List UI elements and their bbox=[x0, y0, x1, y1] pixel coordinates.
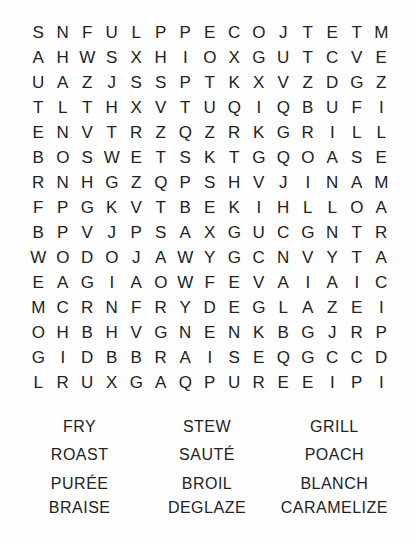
grid-cell-r5-c13[interactable]: I bbox=[320, 120, 345, 145]
grid-cell-r5-c8[interactable]: Z bbox=[198, 120, 223, 145]
grid-cell-r1-c15[interactable]: M bbox=[369, 20, 394, 45]
grid-cell-r3-c12[interactable]: Z bbox=[296, 70, 321, 95]
grid-cell-r5-c1[interactable]: E bbox=[26, 120, 51, 145]
grid-cell-r6-c11[interactable]: Q bbox=[271, 145, 296, 170]
grid-cell-r4-c10[interactable]: I bbox=[247, 95, 272, 120]
grid-cell-r9-c10[interactable]: U bbox=[247, 220, 272, 245]
grid-cell-r4-c3[interactable]: T bbox=[75, 95, 100, 120]
grid-cell-r4-c14[interactable]: F bbox=[345, 95, 370, 120]
grid-cell-r6-c13[interactable]: A bbox=[320, 145, 345, 170]
grid-cell-r8-c13[interactable]: L bbox=[320, 195, 345, 220]
grid-cell-r7-c15[interactable]: M bbox=[369, 170, 394, 195]
grid-cell-r15-c15[interactable]: I bbox=[369, 370, 394, 395]
grid-cell-r4-c2[interactable]: L bbox=[51, 95, 76, 120]
grid-cell-r14-c8[interactable]: I bbox=[198, 345, 223, 370]
grid-cell-r10-c7[interactable]: W bbox=[173, 245, 198, 270]
grid-cell-r8-c12[interactable]: L bbox=[296, 195, 321, 220]
grid-cell-r9-c1[interactable]: B bbox=[26, 220, 51, 245]
grid-cell-r9-c4[interactable]: J bbox=[100, 220, 125, 245]
grid-cell-r8-c15[interactable]: A bbox=[369, 195, 394, 220]
grid-cell-r7-c5[interactable]: Z bbox=[124, 170, 149, 195]
grid-cell-r10-c3[interactable]: D bbox=[75, 245, 100, 270]
word-braise: BRAISE bbox=[49, 499, 111, 517]
grid-cell-r12-c4[interactable]: N bbox=[100, 295, 125, 320]
word-blanch: BLANCH bbox=[300, 475, 368, 493]
word-search-board: SNFULPPECOJTETMAHWSXHIOXGUTCVEUAZJSSPTKX… bbox=[26, 20, 394, 395]
grid-cell-r8-c14[interactable]: O bbox=[345, 195, 370, 220]
grid-cell-r5-c7[interactable]: Q bbox=[173, 120, 198, 145]
grid-cell-r13-c7[interactable]: N bbox=[173, 320, 198, 345]
grid-cell-r2-c12[interactable]: T bbox=[296, 45, 321, 70]
grid-cell-r12-c12[interactable]: A bbox=[296, 295, 321, 320]
grid-cell-r13-c3[interactable]: B bbox=[75, 320, 100, 345]
grid-cell-r10-c9[interactable]: G bbox=[222, 245, 247, 270]
grid-cell-r2-c14[interactable]: V bbox=[345, 45, 370, 70]
grid-cell-r1-c2[interactable]: N bbox=[51, 20, 76, 45]
grid-cell-r5-c15[interactable]: L bbox=[369, 120, 394, 145]
grid-cell-r8-c1[interactable]: F bbox=[26, 195, 51, 220]
grid-cell-r7-c2[interactable]: N bbox=[51, 170, 76, 195]
grid-cell-r7-c11[interactable]: J bbox=[271, 170, 296, 195]
grid-cell-r9-c8[interactable]: X bbox=[198, 220, 223, 245]
grid-cell-r9-c5[interactable]: P bbox=[124, 220, 149, 245]
grid-cell-r10-c8[interactable]: Y bbox=[198, 245, 223, 270]
grid-cell-r1-c11[interactable]: J bbox=[271, 20, 296, 45]
grid-cell-r15-c7[interactable]: Q bbox=[173, 370, 198, 395]
grid-cell-r7-c3[interactable]: H bbox=[75, 170, 100, 195]
grid-cell-r10-c15[interactable]: A bbox=[369, 245, 394, 270]
grid-cell-r9-c3[interactable]: V bbox=[75, 220, 100, 245]
grid-cell-r10-c12[interactable]: V bbox=[296, 245, 321, 270]
grid-cell-r1-c9[interactable]: C bbox=[222, 20, 247, 45]
grid-cell-r15-c9[interactable]: U bbox=[222, 370, 247, 395]
grid-cell-r4-c8[interactable]: U bbox=[198, 95, 223, 120]
grid-cell-r14-c10[interactable]: E bbox=[247, 345, 272, 370]
grid-cell-r1-c4[interactable]: U bbox=[100, 20, 125, 45]
grid-cell-r13-c1[interactable]: O bbox=[26, 320, 51, 345]
grid-cell-r12-c3[interactable]: R bbox=[75, 295, 100, 320]
grid-cell-r11-c5[interactable]: A bbox=[124, 270, 149, 295]
grid-cell-r15-c4[interactable]: X bbox=[100, 370, 125, 395]
grid-cell-r9-c7[interactable]: A bbox=[173, 220, 198, 245]
grid-cell-r5-c6[interactable]: Z bbox=[149, 120, 174, 145]
grid-cell-r7-c14[interactable]: A bbox=[345, 170, 370, 195]
grid-cell-r7-c4[interactable]: G bbox=[100, 170, 125, 195]
grid-cell-r11-c1[interactable]: E bbox=[26, 270, 51, 295]
word-saute: SAUTÉ bbox=[179, 446, 235, 464]
grid-cell-r15-c1[interactable]: L bbox=[26, 370, 51, 395]
grid-cell-r2-c2[interactable]: H bbox=[51, 45, 76, 70]
grid-cell-r3-c3[interactable]: Z bbox=[75, 70, 100, 95]
grid-cell-r2-c13[interactable]: C bbox=[320, 45, 345, 70]
grid-cell-r11-c9[interactable]: E bbox=[222, 270, 247, 295]
grid-cell-r15-c13[interactable]: I bbox=[320, 370, 345, 395]
grid-cell-r10-c2[interactable]: O bbox=[51, 245, 76, 270]
grid-cell-r7-c7[interactable]: P bbox=[173, 170, 198, 195]
grid-cell-r15-c10[interactable]: R bbox=[247, 370, 272, 395]
grid-cell-r13-c15[interactable]: P bbox=[369, 320, 394, 345]
grid-cell-r15-c6[interactable]: A bbox=[149, 370, 174, 395]
grid-cell-r3-c2[interactable]: A bbox=[51, 70, 76, 95]
grid-cell-r13-c14[interactable]: R bbox=[345, 320, 370, 345]
grid-cell-r6-c6[interactable]: T bbox=[149, 145, 174, 170]
grid-cell-r12-c6[interactable]: R bbox=[149, 295, 174, 320]
grid-cell-r9-c11[interactable]: C bbox=[271, 220, 296, 245]
grid-cell-r4-c4[interactable]: H bbox=[100, 95, 125, 120]
grid-cell-r10-c6[interactable]: A bbox=[149, 245, 174, 270]
grid-cell-r11-c13[interactable]: A bbox=[320, 270, 345, 295]
grid-cell-r11-c14[interactable]: I bbox=[345, 270, 370, 295]
grid-cell-r15-c11[interactable]: E bbox=[271, 370, 296, 395]
grid-cell-r2-c1[interactable]: A bbox=[26, 45, 51, 70]
grid-cell-r15-c5[interactable]: G bbox=[124, 370, 149, 395]
grid-cell-r11-c12[interactable]: I bbox=[296, 270, 321, 295]
word-fry: FRY bbox=[63, 418, 96, 436]
word-puree: PURÉE bbox=[51, 475, 109, 493]
grid-cell-r2-c11[interactable]: U bbox=[271, 45, 296, 70]
grid-cell-r11-c6[interactable]: O bbox=[149, 270, 174, 295]
grid-cell-r9-c15[interactable]: R bbox=[369, 220, 394, 245]
grid-cell-r2-c10[interactable]: G bbox=[247, 45, 272, 70]
grid-cell-r3-c13[interactable]: D bbox=[320, 70, 345, 95]
grid-cell-r7-c12[interactable]: I bbox=[296, 170, 321, 195]
grid-cell-r4-c13[interactable]: U bbox=[320, 95, 345, 120]
grid-cell-r13-c13[interactable]: J bbox=[320, 320, 345, 345]
grid-cell-r4-c12[interactable]: B bbox=[296, 95, 321, 120]
grid-cell-r13-c2[interactable]: H bbox=[51, 320, 76, 345]
grid-cell-r10-c10[interactable]: C bbox=[247, 245, 272, 270]
grid-cell-r12-c9[interactable]: E bbox=[222, 295, 247, 320]
grid-cell-r5-c11[interactable]: G bbox=[271, 120, 296, 145]
grid-cell-r6-c2[interactable]: O bbox=[51, 145, 76, 170]
grid-cell-r8-c5[interactable]: V bbox=[124, 195, 149, 220]
grid-cell-r12-c15[interactable]: I bbox=[369, 295, 394, 320]
grid-cell-r9-c2[interactable]: P bbox=[51, 220, 76, 245]
word-search-page: SNFULPPECOJTETMAHWSXHIOXGUTCVEUAZJSSPTKX… bbox=[0, 0, 416, 543]
grid-cell-r1-c14[interactable]: T bbox=[345, 20, 370, 45]
grid-cell-r11-c10[interactable]: V bbox=[247, 270, 272, 295]
grid-cell-r11-c4[interactable]: I bbox=[100, 270, 125, 295]
grid-cell-r5-c3[interactable]: V bbox=[75, 120, 100, 145]
grid-cell-r14-c2[interactable]: I bbox=[51, 345, 76, 370]
grid-cell-r5-c9[interactable]: R bbox=[222, 120, 247, 145]
grid-cell-r12-c13[interactable]: Z bbox=[320, 295, 345, 320]
grid-cell-r9-c14[interactable]: T bbox=[345, 220, 370, 245]
grid-cell-r7-c8[interactable]: S bbox=[198, 170, 223, 195]
grid-cell-r4-c1[interactable]: T bbox=[26, 95, 51, 120]
grid-cell-r12-c7[interactable]: Y bbox=[173, 295, 198, 320]
grid-cell-r4-c15[interactable]: I bbox=[369, 95, 394, 120]
grid-cell-r11-c8[interactable]: F bbox=[198, 270, 223, 295]
grid-cell-r8-c4[interactable]: K bbox=[100, 195, 125, 220]
grid-cell-r12-c8[interactable]: D bbox=[198, 295, 223, 320]
grid-cell-r5-c2[interactable]: N bbox=[51, 120, 76, 145]
grid-cell-r14-c13[interactable]: C bbox=[320, 345, 345, 370]
grid-cell-r14-c15[interactable]: D bbox=[369, 345, 394, 370]
grid-cell-r5-c14[interactable]: L bbox=[345, 120, 370, 145]
grid-cell-r3-c11[interactable]: V bbox=[271, 70, 296, 95]
grid-cell-r15-c8[interactable]: P bbox=[198, 370, 223, 395]
grid-cell-r11-c15[interactable]: C bbox=[369, 270, 394, 295]
grid-cell-r4-c7[interactable]: T bbox=[173, 95, 198, 120]
grid-cell-r15-c12[interactable]: E bbox=[296, 370, 321, 395]
grid-cell-r10-c4[interactable]: O bbox=[100, 245, 125, 270]
grid-cell-r15-c14[interactable]: P bbox=[345, 370, 370, 395]
grid-cell-r5-c12[interactable]: R bbox=[296, 120, 321, 145]
grid-cell-r6-c4[interactable]: W bbox=[100, 145, 125, 170]
grid-cell-r13-c11[interactable]: B bbox=[271, 320, 296, 345]
grid-cell-r12-c1[interactable]: M bbox=[26, 295, 51, 320]
grid-cell-r10-c13[interactable]: Y bbox=[320, 245, 345, 270]
grid-cell-r3-c14[interactable]: G bbox=[345, 70, 370, 95]
grid-cell-r6-c1[interactable]: B bbox=[26, 145, 51, 170]
grid-cell-r15-c3[interactable]: U bbox=[75, 370, 100, 395]
grid-cell-r3-c6[interactable]: S bbox=[149, 70, 174, 95]
grid-cell-r11-c3[interactable]: G bbox=[75, 270, 100, 295]
word-poach: POACH bbox=[305, 446, 364, 464]
grid-cell-r8-c8[interactable]: E bbox=[198, 195, 223, 220]
grid-cell-r12-c14[interactable]: E bbox=[345, 295, 370, 320]
grid-cell-r1-c3[interactable]: F bbox=[75, 20, 100, 45]
grid-cell-r2-c15[interactable]: E bbox=[369, 45, 394, 70]
grid-cell-r10-c11[interactable]: N bbox=[271, 245, 296, 270]
word-deglaze: DEGLAZE bbox=[168, 499, 246, 517]
grid-cell-r4-c6[interactable]: V bbox=[149, 95, 174, 120]
grid-cell-r13-c9[interactable]: N bbox=[222, 320, 247, 345]
grid-cell-r3-c7[interactable]: P bbox=[173, 70, 198, 95]
grid-cell-r9-c13[interactable]: N bbox=[320, 220, 345, 245]
grid-cell-r11-c11[interactable]: A bbox=[271, 270, 296, 295]
grid-cell-r9-c9[interactable]: G bbox=[222, 220, 247, 245]
grid-cell-r3-c1[interactable]: U bbox=[26, 70, 51, 95]
grid-cell-r5-c4[interactable]: T bbox=[100, 120, 125, 145]
grid-cell-r7-c9[interactable]: H bbox=[222, 170, 247, 195]
grid-cell-r7-c1[interactable]: R bbox=[26, 170, 51, 195]
grid-cell-r1-c7[interactable]: P bbox=[173, 20, 198, 45]
grid-cell-r2-c4[interactable]: S bbox=[100, 45, 125, 70]
grid-cell-r8-c7[interactable]: B bbox=[173, 195, 198, 220]
word-grill: GRILL bbox=[310, 418, 359, 436]
grid-cell-r6-c3[interactable]: S bbox=[75, 145, 100, 170]
grid-cell-r14-c12[interactable]: G bbox=[296, 345, 321, 370]
grid-cell-r8-c2[interactable]: P bbox=[51, 195, 76, 220]
grid-cell-r3-c9[interactable]: K bbox=[222, 70, 247, 95]
grid-cell-r3-c10[interactable]: X bbox=[247, 70, 272, 95]
grid-cell-r6-c15[interactable]: E bbox=[369, 145, 394, 170]
grid-cell-r14-c9[interactable]: S bbox=[222, 345, 247, 370]
grid-cell-r14-c6[interactable]: R bbox=[149, 345, 174, 370]
grid-cell-r15-c2[interactable]: R bbox=[51, 370, 76, 395]
grid-cell-r12-c11[interactable]: L bbox=[271, 295, 296, 320]
grid-cell-r1-c12[interactable]: T bbox=[296, 20, 321, 45]
grid-cell-r14-c3[interactable]: D bbox=[75, 345, 100, 370]
grid-cell-r8-c3[interactable]: G bbox=[75, 195, 100, 220]
grid-cell-r8-c11[interactable]: H bbox=[271, 195, 296, 220]
grid-cell-r6-c9[interactable]: T bbox=[222, 145, 247, 170]
word-broil: BROIL bbox=[182, 475, 233, 493]
grid-cell-r10-c5[interactable]: J bbox=[124, 245, 149, 270]
grid-cell-r13-c5[interactable]: V bbox=[124, 320, 149, 345]
grid-cell-r11-c2[interactable]: A bbox=[51, 270, 76, 295]
grid-cell-r3-c5[interactable]: S bbox=[124, 70, 149, 95]
grid-cell-r1-c13[interactable]: E bbox=[320, 20, 345, 45]
grid-cell-r12-c2[interactable]: C bbox=[51, 295, 76, 320]
grid-cell-r1-c8[interactable]: E bbox=[198, 20, 223, 45]
grid-cell-r8-c10[interactable]: I bbox=[247, 195, 272, 220]
grid-cell-r13-c8[interactable]: E bbox=[198, 320, 223, 345]
grid-cell-r2-c5[interactable]: X bbox=[124, 45, 149, 70]
grid-cell-r10-c14[interactable]: T bbox=[345, 245, 370, 270]
grid-cell-r9-c6[interactable]: S bbox=[149, 220, 174, 245]
grid-cell-r8-c9[interactable]: K bbox=[222, 195, 247, 220]
grid-cell-r1-c1[interactable]: S bbox=[26, 20, 51, 45]
grid-cell-r13-c4[interactable]: H bbox=[100, 320, 125, 345]
grid-cell-r3-c15[interactable]: Z bbox=[369, 70, 394, 95]
grid-cell-r9-c12[interactable]: G bbox=[296, 220, 321, 245]
grid-cell-r6-c8[interactable]: K bbox=[198, 145, 223, 170]
grid-cell-r2-c8[interactable]: O bbox=[198, 45, 223, 70]
word-stew: STEW bbox=[183, 418, 231, 436]
grid-cell-r6-c5[interactable]: E bbox=[124, 145, 149, 170]
grid-cell-r8-c6[interactable]: T bbox=[149, 195, 174, 220]
grid-cell-r14-c1[interactable]: G bbox=[26, 345, 51, 370]
grid-cell-r14-c7[interactable]: A bbox=[173, 345, 198, 370]
grid-cell-r1-c6[interactable]: P bbox=[149, 20, 174, 45]
grid-cell-r10-c1[interactable]: W bbox=[26, 245, 51, 270]
grid-cell-r6-c10[interactable]: G bbox=[247, 145, 272, 170]
word-caramelize: CARAMELIZE bbox=[281, 499, 388, 517]
grid-cell-r7-c13[interactable]: N bbox=[320, 170, 345, 195]
grid-cell-r14-c5[interactable]: B bbox=[124, 345, 149, 370]
grid-cell-r6-c12[interactable]: O bbox=[296, 145, 321, 170]
grid-cell-r6-c7[interactable]: S bbox=[173, 145, 198, 170]
grid-cell-r13-c10[interactable]: K bbox=[247, 320, 272, 345]
grid-cell-r1-c10[interactable]: O bbox=[247, 20, 272, 45]
grid-cell-r2-c6[interactable]: H bbox=[149, 45, 174, 70]
grid-cell-r14-c14[interactable]: C bbox=[345, 345, 370, 370]
word-roast: ROAST bbox=[51, 446, 109, 464]
grid-cell-r4-c5[interactable]: X bbox=[124, 95, 149, 120]
grid-cell-r14-c4[interactable]: B bbox=[100, 345, 125, 370]
grid-cell-r13-c12[interactable]: G bbox=[296, 320, 321, 345]
grid-cell-r7-c6[interactable]: Q bbox=[149, 170, 174, 195]
word-list: FRYSTEWGRILLROASTSAUTÉPOACHPURÉEBROILBLA… bbox=[16, 414, 398, 518]
grid-cell-r1-c5[interactable]: L bbox=[124, 20, 149, 45]
grid-cell-r12-c5[interactable]: F bbox=[124, 295, 149, 320]
grid-cell-r2-c3[interactable]: W bbox=[75, 45, 100, 70]
grid-cell-r6-c14[interactable]: S bbox=[345, 145, 370, 170]
grid-cell-r3-c4[interactable]: J bbox=[100, 70, 125, 95]
grid-cell-r7-c10[interactable]: V bbox=[247, 170, 272, 195]
grid-cell-r4-c9[interactable]: Q bbox=[222, 95, 247, 120]
grid-cell-r3-c8[interactable]: T bbox=[198, 70, 223, 95]
grid-cell-r12-c10[interactable]: G bbox=[247, 295, 272, 320]
grid-cell-r14-c11[interactable]: Q bbox=[271, 345, 296, 370]
grid-cell-r13-c6[interactable]: G bbox=[149, 320, 174, 345]
grid-cell-r11-c7[interactable]: W bbox=[173, 270, 198, 295]
grid-cell-r5-c10[interactable]: K bbox=[247, 120, 272, 145]
grid-cell-r5-c5[interactable]: R bbox=[124, 120, 149, 145]
grid-cell-r2-c9[interactable]: X bbox=[222, 45, 247, 70]
grid-cell-r2-c7[interactable]: I bbox=[173, 45, 198, 70]
grid-cell-r4-c11[interactable]: Q bbox=[271, 95, 296, 120]
